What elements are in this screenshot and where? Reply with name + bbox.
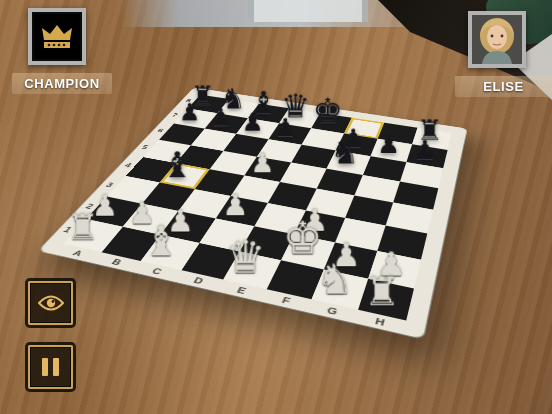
view-eye-button[interactable] bbox=[28, 281, 73, 325]
chess-board[interactable]: ♜♞♝♛♚♜♟♟♟♟♟♟♟♞♟♝♟♟♟♟♟♚♟♟♜♝♛♞♜ ABCDEFGH 8… bbox=[39, 88, 467, 339]
crown-icon bbox=[40, 22, 74, 52]
piece-white-queen-e1[interactable]: ♛ bbox=[222, 223, 268, 284]
woman-portrait bbox=[472, 15, 522, 64]
piece-black-pawn-h7[interactable]: ♟ bbox=[406, 117, 443, 165]
piece-white-rook-h1[interactable]: ♜ bbox=[358, 250, 407, 314]
piece-black-knight-f6[interactable]: ♞ bbox=[326, 122, 363, 171]
piece-white-pawn-d3[interactable]: ♟ bbox=[215, 167, 256, 221]
piece-black-pawn-g7[interactable]: ♟ bbox=[370, 111, 406, 159]
piece-white-bishop-c1[interactable]: ♝ bbox=[139, 206, 184, 265]
piece-black-bishop-b4[interactable]: ♝ bbox=[158, 135, 196, 185]
eye-icon bbox=[38, 294, 64, 312]
square-g5[interactable] bbox=[354, 175, 400, 203]
piece-black-pawn-b7[interactable]: ♟ bbox=[204, 86, 238, 131]
elise-avatar[interactable] bbox=[468, 11, 526, 68]
champion-name-label: CHAMPION bbox=[12, 73, 112, 94]
piece-white-rook-a1[interactable]: ♜ bbox=[61, 190, 104, 247]
elise-name-label: ELISE bbox=[455, 76, 552, 97]
piece-black-pawn-a7[interactable]: ♟ bbox=[173, 82, 206, 126]
pause-button[interactable] bbox=[28, 345, 73, 389]
pause-icon bbox=[42, 358, 59, 376]
game-screen: ♜♞♝♛♚♜♟♟♟♟♟♟♟♞♟♝♟♟♟♟♟♚♟♟♜♝♛♞♜ ABCDEFGH 8… bbox=[0, 0, 552, 414]
square-h7[interactable]: ♟ bbox=[406, 144, 447, 168]
champion-avatar[interactable] bbox=[28, 8, 86, 65]
piece-white-knight-g1[interactable]: ♞ bbox=[311, 241, 359, 304]
